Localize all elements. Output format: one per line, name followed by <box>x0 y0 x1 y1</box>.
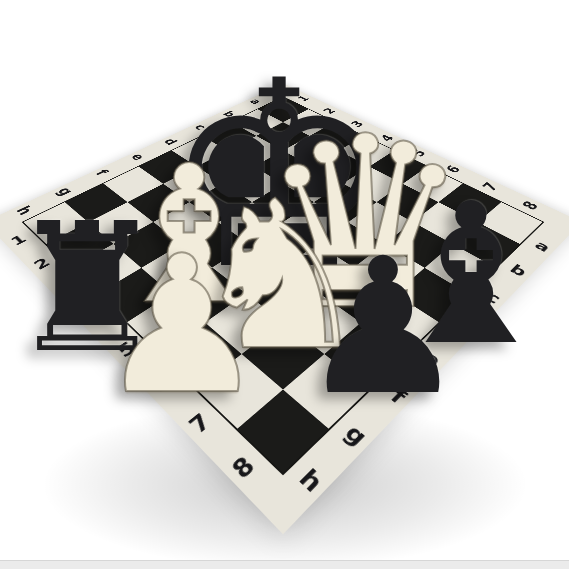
page-bottom-band <box>0 560 569 569</box>
coord-number-far-4: 4 <box>369 128 404 148</box>
chess-board-photo: 1122334455667788aabbccddeeffgghh ♚♛♝♝♞♜♟… <box>0 0 569 569</box>
coord-number-far-3: 3 <box>339 115 374 134</box>
coord-number-far-1: 1 <box>286 90 320 106</box>
coord-number-near-3: 3 <box>38 271 96 309</box>
coord-number-near-2: 2 <box>13 247 69 281</box>
coord-number-near-4: 4 <box>65 298 125 339</box>
coord-number-near-1: 1 <box>0 225 45 256</box>
coord-number-far-2: 2 <box>312 102 346 120</box>
coord-number-near-6: 6 <box>128 359 192 410</box>
coord-number-near-5: 5 <box>95 327 157 373</box>
coord-letter-near-c: c <box>474 281 512 315</box>
